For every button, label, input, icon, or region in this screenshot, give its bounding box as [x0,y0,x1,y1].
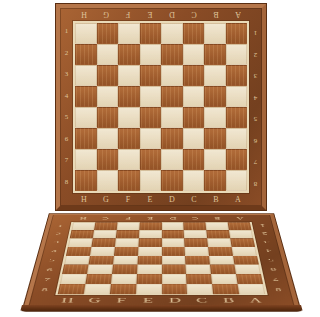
square-f1 [116,222,139,230]
file-labels: HGFEDCBA [73,193,249,206]
square-a3 [230,238,255,246]
square-e7 [140,149,162,170]
rank-label: 6 [261,265,286,275]
file-label: A [228,215,252,222]
rank-label: 3 [255,238,278,247]
rank-label: 4 [42,247,66,256]
rank-label: 5 [259,256,284,265]
square-c3 [184,238,208,246]
rank-label: 8 [60,172,73,194]
rank-label: 6 [249,129,262,151]
square-g7 [85,274,111,284]
square-a5 [233,256,259,265]
square-f1 [118,23,140,44]
square-f7 [111,274,137,284]
square-g6 [87,265,113,275]
square-e5 [137,256,161,265]
square-c6 [183,128,205,149]
square-e4 [140,86,162,107]
chess-board-top-view: HGFEDCBAHGFEDCBA1234567812345678 [56,4,266,210]
rank-label: 6 [60,129,73,151]
square-e2 [140,44,162,65]
rank-label: 2 [249,43,262,65]
square-f6 [112,265,137,275]
square-a3 [226,65,248,86]
square-g3 [97,65,119,86]
board-side-edge [20,305,303,312]
file-label: A [227,193,249,206]
square-a2 [229,230,253,238]
rank-label: 6 [37,265,62,275]
square-b8 [212,284,239,294]
square-b1 [204,23,226,44]
square-h8 [58,284,86,294]
file-labels: HGFEDCBA [71,215,251,222]
square-d3 [161,65,183,86]
square-c1 [184,222,207,230]
rank-label: 1 [252,222,274,230]
square-e1 [139,222,162,230]
rank-label: 8 [31,285,57,296]
chess-board-perspective-view: HGFEDCBAHGFEDCBA1234567812345678 [24,214,300,308]
square-h2 [75,44,97,65]
square-e7 [136,274,161,284]
file-label: G [95,193,117,206]
rank-label: 7 [263,275,289,285]
square-a1 [226,23,248,44]
square-b6 [210,265,236,275]
square-e1 [140,23,162,44]
square-e4 [138,247,162,256]
file-label: D [162,215,185,222]
rank-label: 8 [265,285,291,296]
file-label: B [206,215,229,222]
rank-label: 7 [249,150,262,172]
file-label: H [71,215,95,222]
square-g8 [84,284,111,294]
square-d2 [161,44,183,65]
playing-area [55,222,267,296]
file-label: E [139,8,161,21]
square-f7 [118,149,140,170]
square-a7 [226,149,248,170]
file-label: E [139,193,161,206]
square-d8 [161,170,183,191]
square-b3 [204,65,226,86]
square-e8 [140,170,162,191]
square-g2 [97,44,119,65]
square-c7 [183,149,205,170]
file-label: C [183,193,205,206]
playing-area [73,21,249,193]
square-h8 [75,170,97,191]
square-f4 [118,86,140,107]
file-label: F [117,8,139,21]
square-d1 [162,222,185,230]
square-c6 [186,265,211,275]
square-e8 [136,284,162,294]
rank-label: 2 [253,230,276,238]
rank-label: 2 [47,230,70,238]
square-c5 [185,256,210,265]
square-d6 [161,128,183,149]
rank-label: 8 [249,172,262,194]
square-d3 [162,238,185,246]
square-h4 [66,247,91,256]
file-label: G [80,295,108,305]
square-g4 [90,247,115,256]
rank-label: 1 [49,222,71,230]
square-c5 [183,107,205,128]
square-h3 [75,65,97,86]
rank-labels: 12345678 [60,21,73,193]
square-g8 [97,170,119,191]
rank-label: 3 [44,238,67,247]
square-f3 [115,238,139,246]
square-b8 [204,170,226,191]
square-h6 [62,265,88,275]
square-f4 [114,247,138,256]
square-b7 [204,149,226,170]
square-d4 [161,86,183,107]
square-a4 [232,247,257,256]
rank-label: 3 [60,64,73,86]
file-label: D [161,193,183,206]
rank-label: 7 [34,275,60,285]
file-label: D [162,295,189,305]
file-label: B [215,295,243,305]
square-h5 [75,107,97,128]
square-d4 [162,247,186,256]
rank-labels: 12345678 [249,21,262,193]
square-h3 [68,238,93,246]
rank-label: 4 [257,247,281,256]
file-label: A [227,8,249,21]
square-b5 [204,107,226,128]
square-b4 [204,86,226,107]
square-c4 [183,86,205,107]
square-d7 [161,149,183,170]
file-label: H [73,8,95,21]
square-a6 [235,265,261,275]
square-c2 [183,44,205,65]
square-b2 [207,230,231,238]
square-b1 [206,222,229,230]
square-b3 [207,238,231,246]
square-c4 [185,247,209,256]
square-h7 [75,149,97,170]
square-c1 [183,23,205,44]
square-d2 [162,230,185,238]
square-e5 [140,107,162,128]
rank-label: 5 [39,256,64,265]
square-h1 [71,222,95,230]
file-label: D [161,8,183,21]
rank-label: 5 [249,107,262,129]
rank-label: 2 [60,43,73,65]
square-f8 [118,170,140,191]
square-g6 [97,128,119,149]
square-g3 [91,238,115,246]
square-e3 [140,65,162,86]
square-e6 [137,265,162,275]
file-labels: HGFEDCBA [73,8,249,21]
square-f5 [113,256,138,265]
square-g5 [97,107,119,128]
square-g1 [94,222,117,230]
square-b5 [209,256,234,265]
square-e2 [139,230,162,238]
square-h6 [75,128,97,149]
rank-label: 5 [60,107,73,129]
square-d6 [162,265,187,275]
square-f2 [116,230,139,238]
square-a8 [226,170,248,191]
rank-label: 1 [60,21,73,43]
rank-label: 4 [249,86,262,108]
square-c2 [184,230,207,238]
file-label: H [73,193,95,206]
file-label: B [205,193,227,206]
file-label: E [134,295,161,305]
square-c8 [183,170,205,191]
square-d8 [162,284,188,294]
square-a2 [226,44,248,65]
square-g7 [97,149,119,170]
rank-label: 1 [249,21,262,43]
square-a5 [226,107,248,128]
file-label: F [117,193,139,206]
square-e6 [140,128,162,149]
square-d1 [161,23,183,44]
file-label: B [205,8,227,21]
square-h5 [64,256,90,265]
square-f2 [118,44,140,65]
square-h2 [70,230,94,238]
square-c3 [183,65,205,86]
file-label: E [139,215,162,222]
square-h1 [75,23,97,44]
square-c8 [187,284,214,294]
square-a8 [238,284,266,294]
file-label: G [94,215,117,222]
file-label: G [95,8,117,21]
square-a1 [228,222,252,230]
file-label: C [184,215,207,222]
square-d7 [162,274,187,284]
square-b2 [204,44,226,65]
square-a6 [226,128,248,149]
rank-label: 4 [60,86,73,108]
square-b4 [208,247,233,256]
square-c7 [186,274,212,284]
file-label: H [53,295,82,305]
file-label: C [188,295,216,305]
square-d5 [161,107,183,128]
rank-label: 7 [60,150,73,172]
square-g1 [97,23,119,44]
square-a4 [226,86,248,107]
square-e3 [138,238,161,246]
square-g4 [97,86,119,107]
square-g5 [88,256,113,265]
file-label: F [116,215,139,222]
file-label: F [107,295,135,305]
square-b6 [204,128,226,149]
square-g2 [93,230,117,238]
square-f3 [118,65,140,86]
square-h7 [60,274,87,284]
square-h4 [75,86,97,107]
square-f5 [118,107,140,128]
file-label: C [183,8,205,21]
file-labels: HGFEDCBA [53,295,270,305]
square-f6 [118,128,140,149]
square-a7 [236,274,263,284]
square-b7 [211,274,237,284]
square-d5 [162,256,186,265]
rank-label: 3 [249,64,262,86]
product-photo: HGFEDCBAHGFEDCBA1234567812345678 HGFEDCB… [0,0,320,317]
file-label: A [241,295,270,305]
square-f8 [110,284,137,294]
